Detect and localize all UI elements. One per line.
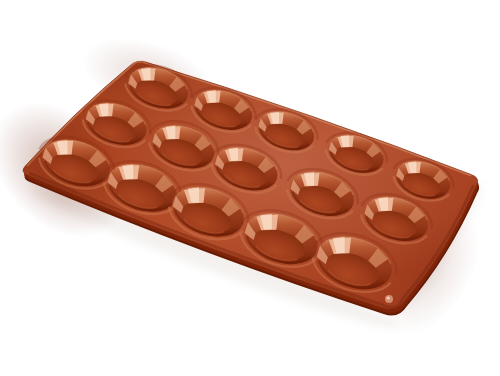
mold (0, 4, 500, 353)
mold-corner-dimple-core (387, 296, 390, 299)
product-photo (0, 0, 500, 376)
baking-mold-illustration (0, 0, 500, 376)
